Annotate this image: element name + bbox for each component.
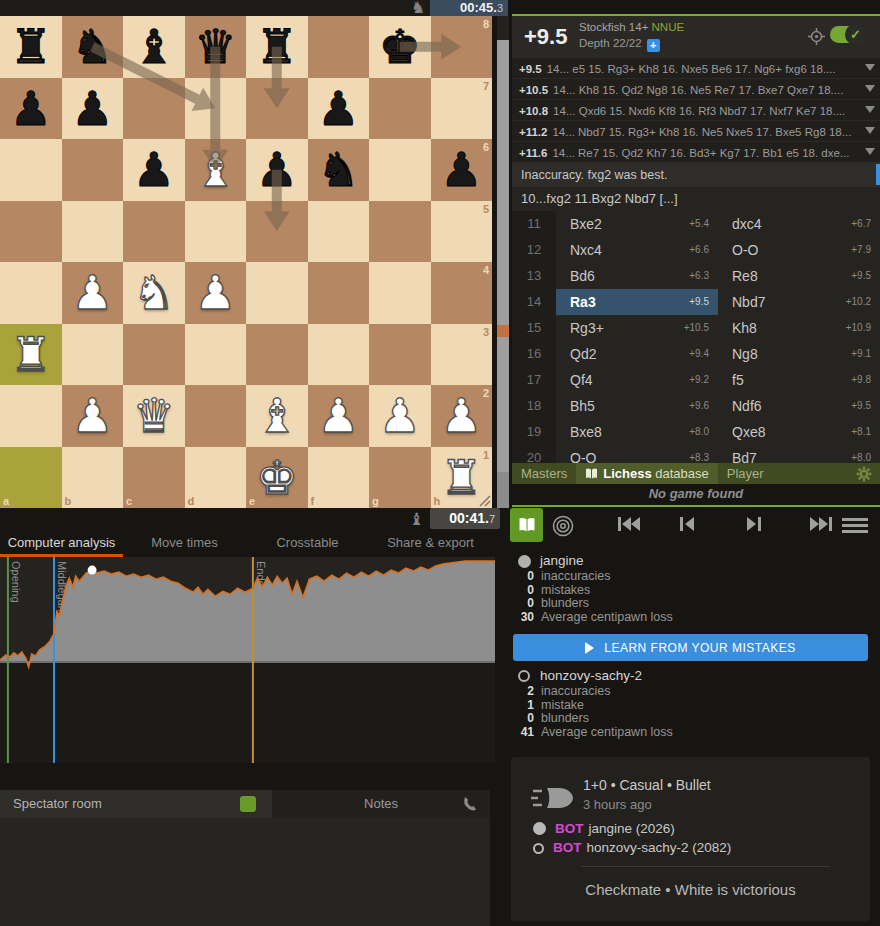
square-d7[interactable]	[185, 78, 247, 140]
jump-last-button[interactable]	[810, 516, 832, 532]
move-number: 20	[512, 445, 556, 463]
black-move-17[interactable]: f5+9.8	[718, 367, 880, 393]
square-c4[interactable]: ♞	[123, 262, 185, 324]
add-depth-button[interactable]: +	[647, 39, 660, 52]
svg-text:Opening: Opening	[10, 561, 22, 603]
square-d6[interactable]: ♝	[185, 139, 247, 201]
square-g1[interactable]: g	[369, 447, 431, 509]
white-queen-c2[interactable]: ♛	[123, 385, 185, 447]
white-bishop-d6[interactable]: ♝	[185, 139, 247, 201]
board-resize-handle[interactable]	[477, 493, 492, 508]
move-row-17: 17Qf4+9.2f5+9.8	[512, 367, 880, 393]
white-pawn-d4[interactable]: ♟	[185, 262, 247, 324]
rank-label-1: 1	[483, 449, 489, 461]
stat-mistakes: 0mistakes	[512, 584, 880, 598]
white-pawn-f2[interactable]: ♟	[308, 385, 370, 447]
rank-label-2: 2	[483, 387, 489, 399]
jump-prev-button[interactable]	[680, 516, 694, 532]
black-move-18[interactable]: Ndf6+9.5	[718, 393, 880, 419]
white-analysis-summary: jangine0inaccuracies0mistakes0blunders30…	[512, 553, 880, 624]
bot-badge: BOT	[555, 821, 584, 836]
pv-line-5[interactable]: +11.614... Re7 15. Qd2 Kh7 16. Bd3+ Kg7 …	[512, 142, 880, 163]
move-row-12: 12Nxc4+6.6O-O+7.9	[512, 237, 880, 263]
spectator-room-label: Spectator room	[13, 796, 102, 811]
square-e5[interactable]	[246, 201, 308, 263]
rank-label-5: 5	[483, 203, 489, 215]
white-color-icon	[518, 555, 531, 568]
square-f4[interactable]	[308, 262, 370, 324]
square-d3[interactable]	[185, 324, 247, 386]
explorer-empty-message: No game found	[512, 484, 880, 504]
file-label-h: h	[434, 495, 441, 507]
square-f8[interactable]	[308, 16, 370, 78]
white-pawn-g2[interactable]: ♟	[369, 385, 431, 447]
book-icon	[585, 468, 598, 480]
square-f2[interactable]: ♟	[308, 385, 370, 447]
engine-depth: Depth 22/22+	[579, 37, 660, 52]
black-move-12[interactable]: O-O+7.9	[718, 237, 880, 263]
black-knight-b8[interactable]: ♞	[62, 16, 124, 78]
phone-icon	[461, 795, 478, 812]
tab-spectator-room[interactable]: Spectator room	[0, 790, 272, 818]
white-move-17[interactable]: Qf4+9.2	[556, 367, 718, 393]
square-g4[interactable]	[369, 262, 431, 324]
learn-from-mistakes-button[interactable]: LEARN FROM YOUR MISTAKES	[513, 634, 868, 661]
practice-circles-icon[interactable]	[552, 515, 574, 537]
square-c8[interactable]: ♝	[123, 16, 185, 78]
square-a3[interactable]: ♜	[0, 324, 62, 386]
square-a8[interactable]: ♜	[0, 16, 62, 78]
square-c7[interactable]	[123, 78, 185, 140]
file-label-f: f	[311, 495, 315, 507]
tab-move-times[interactable]: Move times	[123, 532, 246, 557]
chat-messages-area[interactable]	[0, 818, 490, 926]
move-number: 16	[512, 341, 556, 367]
expand-caret-icon[interactable]	[865, 127, 875, 134]
move-number: 14	[512, 289, 556, 315]
file-label-a: a	[3, 495, 9, 507]
black-rook-e8[interactable]: ♜	[246, 16, 308, 78]
white-pawn-b4[interactable]: ♟	[62, 262, 124, 324]
black-move-19[interactable]: Qxe8+8.1	[718, 419, 880, 445]
explorer-tab-lichess[interactable]: Lichess database	[576, 463, 718, 484]
square-d4[interactable]: ♟	[185, 262, 247, 324]
square-a2[interactable]	[0, 385, 62, 447]
white-move-13[interactable]: Bd6+6.3	[556, 263, 718, 289]
analysis-controls	[512, 507, 880, 545]
eval-gauge	[497, 16, 509, 508]
square-b6[interactable]	[62, 139, 124, 201]
black-player-link[interactable]: BOThonzovy-sachy-2 (2082)	[533, 840, 731, 856]
material-bishop-icon: ♝	[409, 509, 424, 529]
black-pawn-e6[interactable]: ♟	[246, 139, 308, 201]
square-g6[interactable]	[369, 139, 431, 201]
black-move-15[interactable]: Kh8+10.9	[718, 315, 880, 341]
move-list[interactable]: 11Bxe2+5.4dxc4+6.712Nxc4+6.6O-O+7.913Bd6…	[512, 211, 880, 463]
black-bishop-c8[interactable]: ♝	[123, 16, 185, 78]
square-f3[interactable]	[308, 324, 370, 386]
square-g3[interactable]	[369, 324, 431, 386]
engine-header: +9.5 Stockfish 14+ NNUE Depth 22/22+ ✓	[512, 16, 880, 58]
square-c1[interactable]: c	[123, 447, 185, 509]
pv-line-4[interactable]: +11.214... Nbd7 15. Rg3+ Kh8 16. Ne5 Nxe…	[512, 121, 880, 142]
material-knight-icon: ♞	[411, 0, 425, 17]
white-clock: 00:41.7	[430, 508, 500, 529]
square-c6[interactable]: ♟	[123, 139, 185, 201]
square-f5[interactable]	[308, 201, 370, 263]
square-e3[interactable]	[246, 324, 308, 386]
engine-name: Stockfish 14+ NNUE	[579, 21, 684, 33]
jump-first-button[interactable]	[618, 516, 640, 532]
white-move-20[interactable]: O-O+8.3	[556, 445, 718, 463]
black-move-13[interactable]: Re8+9.5	[718, 263, 880, 289]
move-number: 11	[512, 211, 556, 237]
square-c5[interactable]	[123, 201, 185, 263]
explorer-tab-player[interactable]: Player	[718, 463, 773, 484]
rank-label-7: 7	[483, 80, 489, 92]
evaluation-graph[interactable]: OpeningMiddlegameEndgame	[0, 557, 495, 763]
player-name[interactable]: honzovy-sachy-2	[540, 668, 642, 683]
white-bishop-e2[interactable]: ♝	[246, 385, 308, 447]
black-move-14[interactable]: Nbd7+10.2	[718, 289, 880, 315]
tab-share-export[interactable]: Share & export	[369, 532, 492, 557]
white-move-14[interactable]: Ra3+9.5	[556, 289, 718, 315]
square-b8[interactable]: ♞	[62, 16, 124, 78]
square-b7[interactable]: ♟	[62, 78, 124, 140]
square-h6[interactable]: ♟6	[431, 139, 493, 201]
square-b5[interactable]	[62, 201, 124, 263]
expand-caret-icon[interactable]	[865, 64, 875, 71]
tab-notes[interactable]: Notes	[272, 790, 490, 818]
white-king-e1[interactable]: ♚	[246, 447, 308, 509]
expand-caret-icon[interactable]	[865, 106, 875, 113]
game-time-ago: 3 hours ago	[583, 797, 652, 812]
move-number: 13	[512, 263, 556, 289]
engine-pv-list: +9.514... e5 15. Rg3+ Kh8 16. Nxe5 Be6 1…	[512, 58, 880, 163]
black-move-16[interactable]: Ng8+9.1	[718, 341, 880, 367]
gear-icon[interactable]	[856, 466, 872, 482]
move-number: 18	[512, 393, 556, 419]
white-player-link[interactable]: BOTjangine (2026)	[533, 821, 675, 837]
chat-tabs: Spectator room Notes	[0, 790, 490, 818]
explorer-book-button[interactable]	[510, 508, 543, 542]
square-g2[interactable]: ♟	[369, 385, 431, 447]
practice-target-icon[interactable]	[808, 28, 825, 45]
square-d2[interactable]	[185, 385, 247, 447]
best-variation[interactable]: 10...fxg2 11.Bxg2 Nbd7 [...]	[512, 187, 880, 211]
tab-computer-analysis[interactable]: Computer analysis	[0, 532, 123, 557]
expand-caret-icon[interactable]	[865, 85, 875, 92]
black-pawn-b7[interactable]: ♟	[62, 78, 124, 140]
chess-board[interactable]: ♜♞♝♛♜♚8♟♟♟7♟♝♟♞♟65♟♞♟4♜3♟♛♝♟♟♟2abcd♚efg♜…	[0, 16, 492, 508]
square-f7[interactable]: ♟	[308, 78, 370, 140]
black-rook-a8[interactable]: ♜	[0, 16, 62, 78]
black-king-g8[interactable]: ♚	[369, 16, 431, 78]
move-row-13: 13Bd6+6.3Re8+9.5	[512, 263, 880, 289]
square-f6[interactable]: ♞	[308, 139, 370, 201]
square-g8[interactable]: ♚	[369, 16, 431, 78]
eval-gauge-black-share	[497, 16, 509, 40]
white-move-15[interactable]: Rg3++10.5	[556, 315, 718, 341]
black-analysis-summary: honzovy-sachy-22inaccuracies1mistake0blu…	[512, 668, 880, 739]
stat-average-centipawn-loss: 30Average centipawn loss	[512, 611, 880, 625]
move-number: 17	[512, 367, 556, 393]
black-pawn-f7[interactable]: ♟	[308, 78, 370, 140]
explorer-tab-masters[interactable]: Masters	[512, 463, 576, 484]
black-move-20[interactable]: Bd7+8.0	[718, 445, 880, 463]
square-b2[interactable]: ♟	[62, 385, 124, 447]
engine-toggle-knob: ✓	[845, 24, 866, 45]
time-control: 1+0 • Casual • Bullet	[583, 777, 711, 793]
square-b1[interactable]: b	[62, 447, 124, 509]
square-g7[interactable]	[369, 78, 431, 140]
black-pawn-c6[interactable]: ♟	[123, 139, 185, 201]
scroll-indicator	[876, 164, 880, 185]
move-number: 12	[512, 237, 556, 263]
square-c3[interactable]	[123, 324, 185, 386]
jump-next-button[interactable]	[747, 516, 761, 532]
opening-explorer-tabs: Masters Lichess database Player	[512, 463, 880, 484]
move-row-19: 19Bxe8+8.0Qxe8+8.1	[512, 419, 880, 445]
square-d5[interactable]	[185, 201, 247, 263]
move-row-16: 16Qd2+9.4Ng8+9.1	[512, 341, 880, 367]
bot-badge: BOT	[553, 840, 582, 855]
square-d8[interactable]: ♛	[185, 16, 247, 78]
rank-label-6: 6	[483, 141, 489, 153]
square-c2[interactable]: ♛	[123, 385, 185, 447]
file-label-d: d	[188, 495, 195, 507]
game-info-card: 1+0 • Casual • Bullet 3 hours ago BOTjan…	[511, 757, 870, 921]
play-icon	[585, 642, 594, 654]
square-e4[interactable]	[246, 262, 308, 324]
stat-mistake: 1mistake	[512, 699, 880, 713]
tab-crosstable[interactable]: Crosstable	[246, 532, 369, 557]
square-f1[interactable]: f	[308, 447, 370, 509]
pv-line-2[interactable]: +10.514... Kh8 15. Qd2 Ng8 16. Ne5 Re7 1…	[512, 79, 880, 100]
square-e1[interactable]: ♚e	[246, 447, 308, 509]
square-a6[interactable]	[0, 139, 62, 201]
square-b3[interactable]	[62, 324, 124, 386]
square-h3[interactable]: 3	[431, 324, 493, 386]
card-divider	[581, 866, 830, 867]
stat-inaccuracies: 2inaccuracies	[512, 685, 880, 699]
square-e8[interactable]: ♜	[246, 16, 308, 78]
white-color-icon	[533, 822, 546, 835]
chat-presence-toggle[interactable]	[240, 796, 256, 812]
white-rook-a3[interactable]: ♜	[0, 324, 62, 386]
black-queen-d8[interactable]: ♛	[185, 16, 247, 78]
square-a4[interactable]	[0, 262, 62, 324]
eval-gauge-shade	[497, 472, 509, 508]
white-pawn-b2[interactable]: ♟	[62, 385, 124, 447]
square-h7[interactable]: 7	[431, 78, 493, 140]
black-color-icon	[518, 670, 530, 682]
move-row-11: 11Bxe2+5.4dxc4+6.7	[512, 211, 880, 237]
square-b4[interactable]: ♟	[62, 262, 124, 324]
game-result: Checkmate • White is victorious	[511, 881, 870, 898]
square-a1[interactable]: a	[0, 447, 62, 509]
black-clock: 00:45.3	[430, 0, 508, 16]
engine-toggle[interactable]: ✓	[830, 26, 862, 43]
player-name[interactable]: jangine	[540, 553, 584, 568]
bullet-icon	[531, 782, 577, 814]
notes-label: Notes	[364, 796, 398, 811]
move-row-15: 15Rg3++10.5Kh8+10.9	[512, 315, 880, 341]
square-h2[interactable]: ♟2	[431, 385, 493, 447]
pv-line-3[interactable]: +10.814... Qxd6 15. Nxd6 Kf8 16. Rf3 Nbd…	[512, 100, 880, 121]
lichess-analysis-page: ♜♞♝♛♜♚8♟♟♟7♟♝♟♞♟65♟♞♟4♜3♟♛♝♟♟♟2abcd♚efg♜…	[0, 0, 880, 926]
square-h5[interactable]: 5	[431, 201, 493, 263]
move-row-18: 18Bh5+9.6Ndf6+9.5	[512, 393, 880, 419]
rank-label-8: 8	[483, 18, 489, 30]
square-a5[interactable]	[0, 201, 62, 263]
stat-average-centipawn-loss: 41Average centipawn loss	[512, 726, 880, 740]
move-row-20: 20O-O+8.3Bd7+8.0	[512, 445, 880, 463]
white-move-11[interactable]: Bxe2+5.4	[556, 211, 718, 237]
menu-icon[interactable]	[842, 518, 868, 536]
eval-gauge-tick	[497, 325, 509, 337]
square-a7[interactable]: ♟	[0, 78, 62, 140]
stat-blunders: 0blunders	[512, 597, 880, 611]
expand-caret-icon[interactable]	[865, 148, 875, 155]
square-d1[interactable]: d	[185, 447, 247, 509]
pv-line-1[interactable]: +9.514... e5 15. Rg3+ Kh8 16. Nxe5 Be6 1…	[512, 58, 880, 79]
file-label-e: e	[249, 495, 255, 507]
move-number: 15	[512, 315, 556, 341]
black-color-icon	[533, 843, 544, 854]
square-h4[interactable]: 4	[431, 262, 493, 324]
file-label-c: c	[126, 495, 132, 507]
rank-label-4: 4	[483, 264, 489, 276]
stat-inaccuracies: 0inaccuracies	[512, 570, 880, 584]
white-move-18[interactable]: Bh5+9.6	[556, 393, 718, 419]
white-move-16[interactable]: Qd2+9.4	[556, 341, 718, 367]
square-h8[interactable]: 8	[431, 16, 493, 78]
judgment-comment: Inaccuracy. fxg2 was best.	[512, 163, 880, 187]
white-move-12[interactable]: Nxc4+6.6	[556, 237, 718, 263]
square-g5[interactable]	[369, 201, 431, 263]
file-label-g: g	[372, 495, 379, 507]
square-e7[interactable]	[246, 78, 308, 140]
black-pawn-a7[interactable]: ♟	[0, 78, 62, 140]
white-knight-c4[interactable]: ♞	[123, 262, 185, 324]
engine-eval: +9.5	[524, 24, 567, 50]
book-icon	[518, 517, 536, 533]
file-label-b: b	[65, 495, 72, 507]
square-e2[interactable]: ♝	[246, 385, 308, 447]
black-move-11[interactable]: dxc4+6.7	[718, 211, 880, 237]
move-number: 19	[512, 419, 556, 445]
move-row-14: 14Ra3+9.5Nbd7+10.2	[512, 289, 880, 315]
analysis-tabs: Computer analysisMove timesCrosstableSha…	[0, 532, 492, 557]
square-e6[interactable]: ♟	[246, 139, 308, 201]
nnue-badge: NNUE	[652, 21, 685, 33]
stat-blunders: 0blunders	[512, 712, 880, 726]
rank-label-3: 3	[483, 326, 489, 338]
black-knight-f6[interactable]: ♞	[308, 139, 370, 201]
white-move-19[interactable]: Bxe8+8.0	[556, 419, 718, 445]
